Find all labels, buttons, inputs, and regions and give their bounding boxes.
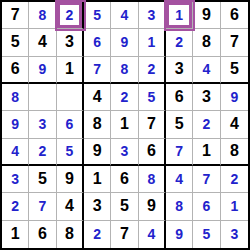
cell-r7c8[interactable]: 7 [193,166,220,193]
cell-r6c5[interactable]: 3 [111,139,138,166]
cell-r1c5[interactable]: 4 [111,2,138,29]
cell-r2c6[interactable]: 1 [139,29,166,56]
cell-r5c4[interactable]: 8 [84,111,111,138]
cell-r1c4[interactable]: 5 [84,2,111,29]
cell-r3c2[interactable]: 9 [29,57,56,84]
cell-r9c2[interactable]: 6 [29,221,56,248]
cell-r9c6[interactable]: 4 [139,221,166,248]
cell-r4c6[interactable]: 5 [139,84,166,111]
cell-r5c5[interactable]: 1 [111,111,138,138]
cell-r4c2[interactable] [29,84,56,111]
cell-r4c5[interactable]: 2 [111,84,138,111]
cell-r7c4[interactable]: 1 [84,166,111,193]
cell-r9c8[interactable]: 5 [193,221,220,248]
cell-r1c8[interactable]: 9 [193,2,220,29]
cell-r3c3[interactable]: 1 [57,57,84,84]
cell-r4c9[interactable]: 9 [221,84,248,111]
cell-r3c7[interactable]: 3 [166,57,193,84]
cell-r3c5[interactable]: 8 [111,57,138,84]
cell-r6c1[interactable]: 4 [2,139,29,166]
cell-r4c7[interactable]: 6 [166,84,193,111]
cell-r7c5[interactable]: 6 [111,166,138,193]
cell-r5c8[interactable]: 2 [193,111,220,138]
cell-r6c7[interactable]: 7 [166,139,193,166]
cell-r5c3[interactable]: 6 [57,111,84,138]
cell-r9c5[interactable]: 7 [111,221,138,248]
cell-r7c9[interactable]: 2 [221,166,248,193]
cell-r4c8[interactable]: 3 [193,84,220,111]
cell-r6c8[interactable]: 1 [193,139,220,166]
cell-r2c7[interactable]: 2 [166,29,193,56]
cell-r7c1[interactable]: 3 [2,166,29,193]
cell-r8c9[interactable]: 1 [221,193,248,220]
cell-r9c7[interactable]: 9 [166,221,193,248]
cell-r8c5[interactable]: 5 [111,193,138,220]
cell-r1c3[interactable]: 2 [57,2,84,29]
cell-r7c6[interactable]: 8 [139,166,166,193]
cell-r8c3[interactable]: 4 [57,193,84,220]
sudoku-board: 7825431965436912876917823458425639936817… [0,0,250,250]
cell-r9c1[interactable]: 1 [2,221,29,248]
cell-r3c8[interactable]: 4 [193,57,220,84]
cell-r9c4[interactable]: 2 [84,221,111,248]
cell-r8c1[interactable]: 2 [2,193,29,220]
cell-r6c6[interactable]: 6 [139,139,166,166]
cell-r4c4[interactable]: 4 [84,84,111,111]
cell-r9c3[interactable]: 8 [57,221,84,248]
cell-r5c2[interactable]: 3 [29,111,56,138]
cell-r7c2[interactable]: 5 [29,166,56,193]
cell-r7c3[interactable]: 9 [57,166,84,193]
cell-r6c3[interactable]: 5 [57,139,84,166]
cell-r3c6[interactable]: 2 [139,57,166,84]
cell-r2c2[interactable]: 4 [29,29,56,56]
cell-r8c4[interactable]: 3 [84,193,111,220]
cell-r1c7[interactable]: 1 [166,2,193,29]
cell-r7c7[interactable]: 4 [166,166,193,193]
cell-r9c9[interactable]: 3 [221,221,248,248]
cell-r5c6[interactable]: 7 [139,111,166,138]
cell-r5c9[interactable]: 4 [221,111,248,138]
cell-r2c8[interactable]: 8 [193,29,220,56]
cell-r8c7[interactable]: 8 [166,193,193,220]
cell-r8c6[interactable]: 9 [139,193,166,220]
cell-r6c9[interactable]: 8 [221,139,248,166]
cell-r6c4[interactable]: 9 [84,139,111,166]
cell-r2c3[interactable]: 3 [57,29,84,56]
cell-r2c1[interactable]: 5 [2,29,29,56]
cell-r1c1[interactable]: 7 [2,2,29,29]
cell-r1c9[interactable]: 6 [221,2,248,29]
cell-r2c9[interactable]: 7 [221,29,248,56]
cell-r5c7[interactable]: 5 [166,111,193,138]
cell-r2c4[interactable]: 6 [84,29,111,56]
cell-r3c4[interactable]: 7 [84,57,111,84]
cell-r8c2[interactable]: 7 [29,193,56,220]
cell-r3c1[interactable]: 6 [2,57,29,84]
cell-r2c5[interactable]: 9 [111,29,138,56]
cell-r5c1[interactable]: 9 [2,111,29,138]
cell-r4c3[interactable] [57,84,84,111]
cell-r1c2[interactable]: 8 [29,2,56,29]
cell-r6c2[interactable]: 2 [29,139,56,166]
cell-r1c6[interactable]: 3 [139,2,166,29]
cell-r4c1[interactable]: 8 [2,84,29,111]
cell-r8c8[interactable]: 6 [193,193,220,220]
cell-r3c9[interactable]: 5 [221,57,248,84]
